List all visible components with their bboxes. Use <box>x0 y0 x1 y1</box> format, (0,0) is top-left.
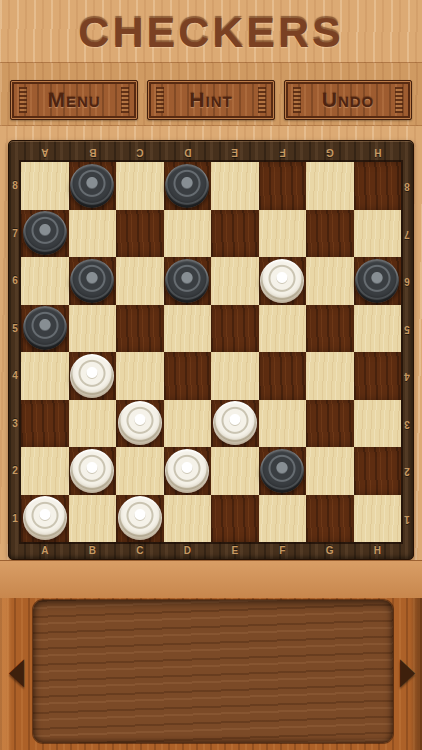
square-D7[interactable] <box>164 210 212 258</box>
hint-button[interactable]: Hint <box>147 80 275 120</box>
square-G3[interactable] <box>306 400 354 448</box>
black-piece-D6[interactable] <box>165 259 209 303</box>
rank-label-left-5: 5 <box>9 305 21 353</box>
hint-button-label: Hint <box>189 88 232 112</box>
square-F7[interactable] <box>259 210 307 258</box>
rank-label-right-1: 1 <box>401 495 413 543</box>
white-piece-C3[interactable] <box>118 401 162 445</box>
square-A6[interactable] <box>21 257 69 305</box>
square-F1[interactable] <box>259 495 307 543</box>
rank-label-left-6: 6 <box>9 257 21 305</box>
file-labels-top: ABCDEFGH <box>21 144 401 160</box>
square-G7[interactable] <box>306 210 354 258</box>
white-piece-D2[interactable] <box>165 449 209 493</box>
square-B2[interactable] <box>69 447 117 495</box>
file-label-top-G: G <box>306 144 354 160</box>
rank-label-right-3: 3 <box>401 400 413 448</box>
black-piece-H6[interactable] <box>355 259 399 303</box>
black-piece-F2[interactable] <box>260 449 304 493</box>
braid-ornament-icon <box>156 87 164 113</box>
square-C8[interactable] <box>116 162 164 210</box>
file-label-top-D: D <box>164 144 212 160</box>
square-D6[interactable] <box>164 257 212 305</box>
square-A1[interactable] <box>21 495 69 543</box>
square-F8[interactable] <box>259 162 307 210</box>
square-H2[interactable] <box>354 447 402 495</box>
square-B4[interactable] <box>69 352 117 400</box>
square-C1[interactable] <box>116 495 164 543</box>
square-G1[interactable] <box>306 495 354 543</box>
square-E7[interactable] <box>211 210 259 258</box>
square-A2[interactable] <box>21 447 69 495</box>
menu-button-label: Menu <box>47 88 100 112</box>
square-C2[interactable] <box>116 447 164 495</box>
file-label-top-C: C <box>116 144 164 160</box>
braid-ornament-icon <box>395 87 403 113</box>
file-label-bottom-E: E <box>211 543 259 559</box>
file-label-bottom-B: B <box>69 543 117 559</box>
square-C7[interactable] <box>116 210 164 258</box>
rank-label-right-7: 7 <box>401 210 413 258</box>
square-C4[interactable] <box>116 352 164 400</box>
square-E5[interactable] <box>211 305 259 353</box>
square-E8[interactable] <box>211 162 259 210</box>
black-piece-D8[interactable] <box>165 164 209 208</box>
square-F4[interactable] <box>259 352 307 400</box>
rank-label-right-2: 2 <box>401 447 413 495</box>
file-label-top-H: H <box>354 144 402 160</box>
file-label-bottom-C: C <box>116 543 164 559</box>
app-screen: CHECKERS Menu Hint Undo ABCDEFGH 8765432… <box>0 0 422 750</box>
black-piece-B6[interactable] <box>70 259 114 303</box>
captured-pieces-panel <box>33 600 393 743</box>
file-label-bottom-G: G <box>306 543 354 559</box>
white-piece-E3[interactable] <box>213 401 257 445</box>
square-B8[interactable] <box>69 162 117 210</box>
undo-button-label: Undo <box>322 88 375 112</box>
square-D4[interactable] <box>164 352 212 400</box>
square-F2[interactable] <box>259 447 307 495</box>
wood-divider-strip <box>0 560 422 598</box>
square-A4[interactable] <box>21 352 69 400</box>
file-label-bottom-F: F <box>259 543 307 559</box>
square-B3[interactable] <box>69 400 117 448</box>
rank-label-right-4: 4 <box>401 352 413 400</box>
rank-labels-right: 87654321 <box>401 162 413 542</box>
square-A3[interactable] <box>21 400 69 448</box>
square-F3[interactable] <box>259 400 307 448</box>
square-H1[interactable] <box>354 495 402 543</box>
rank-labels-left: 87654321 <box>9 162 21 542</box>
square-A8[interactable] <box>21 162 69 210</box>
board-grid <box>21 162 401 542</box>
square-G5[interactable] <box>306 305 354 353</box>
square-G2[interactable] <box>306 447 354 495</box>
square-F6[interactable] <box>259 257 307 305</box>
file-label-bottom-D: D <box>164 543 212 559</box>
square-C5[interactable] <box>116 305 164 353</box>
toolbar: Menu Hint Undo <box>0 80 422 120</box>
square-C3[interactable] <box>116 400 164 448</box>
rank-label-left-8: 8 <box>9 162 21 210</box>
white-piece-B4[interactable] <box>70 354 114 398</box>
square-H5[interactable] <box>354 305 402 353</box>
square-E3[interactable] <box>211 400 259 448</box>
braid-ornament-icon <box>121 87 129 113</box>
square-E1[interactable] <box>211 495 259 543</box>
square-C6[interactable] <box>116 257 164 305</box>
square-D3[interactable] <box>164 400 212 448</box>
square-H3[interactable] <box>354 400 402 448</box>
white-piece-B2[interactable] <box>70 449 114 493</box>
file-labels-bottom: ABCDEFGH <box>21 543 401 559</box>
file-label-top-E: E <box>211 144 259 160</box>
square-B6[interactable] <box>69 257 117 305</box>
menu-button[interactable]: Menu <box>10 80 138 120</box>
file-label-top-F: F <box>259 144 307 160</box>
white-piece-A1[interactable] <box>23 496 67 540</box>
white-piece-C1[interactable] <box>118 496 162 540</box>
app-title: CHECKERS <box>0 8 422 57</box>
captured-pieces-tray: ◀ ▶ <box>0 598 422 750</box>
square-A7[interactable] <box>21 210 69 258</box>
square-B7[interactable] <box>69 210 117 258</box>
file-label-top-A: A <box>21 144 69 160</box>
square-H4[interactable] <box>354 352 402 400</box>
board-frame: ABCDEFGH 87654321 87654321 ABCDEFGH <box>8 140 414 560</box>
undo-button[interactable]: Undo <box>284 80 412 120</box>
square-D8[interactable] <box>164 162 212 210</box>
square-E4[interactable] <box>211 352 259 400</box>
square-B1[interactable] <box>69 495 117 543</box>
rank-label-right-6: 6 <box>401 257 413 305</box>
square-G6[interactable] <box>306 257 354 305</box>
file-label-bottom-A: A <box>21 543 69 559</box>
black-piece-A7[interactable] <box>23 211 67 255</box>
rank-label-right-8: 8 <box>401 162 413 210</box>
square-H6[interactable] <box>354 257 402 305</box>
black-piece-A5[interactable] <box>23 306 67 350</box>
square-G4[interactable] <box>306 352 354 400</box>
square-D2[interactable] <box>164 447 212 495</box>
rank-label-left-4: 4 <box>9 352 21 400</box>
square-E6[interactable] <box>211 257 259 305</box>
rank-label-left-7: 7 <box>9 210 21 258</box>
rank-label-left-3: 3 <box>9 400 21 448</box>
square-F5[interactable] <box>259 305 307 353</box>
braid-ornament-icon <box>293 87 301 113</box>
tray-scroll-right-icon[interactable]: ▶ <box>399 645 417 696</box>
file-label-top-B: B <box>69 144 117 160</box>
file-label-bottom-H: H <box>354 543 402 559</box>
rank-label-left-1: 1 <box>9 495 21 543</box>
square-D5[interactable] <box>164 305 212 353</box>
tray-scroll-left-icon[interactable]: ◀ <box>6 645 26 696</box>
square-D1[interactable] <box>164 495 212 543</box>
braid-ornament-icon <box>19 87 27 113</box>
white-piece-F6[interactable] <box>260 259 304 303</box>
black-piece-B8[interactable] <box>70 164 114 208</box>
braid-ornament-icon <box>258 87 266 113</box>
rank-label-left-2: 2 <box>9 447 21 495</box>
square-G8[interactable] <box>306 162 354 210</box>
square-E2[interactable] <box>211 447 259 495</box>
square-A5[interactable] <box>21 305 69 353</box>
square-H7[interactable] <box>354 210 402 258</box>
square-B5[interactable] <box>69 305 117 353</box>
rank-label-right-5: 5 <box>401 305 413 353</box>
square-H8[interactable] <box>354 162 402 210</box>
